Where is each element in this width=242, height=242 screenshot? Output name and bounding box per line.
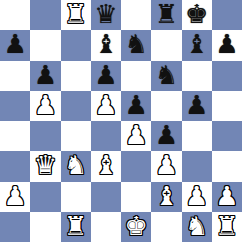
square-h1[interactable]: ♜ [212, 212, 242, 242]
piece-white-king[interactable]: ♚ [124, 213, 147, 239]
square-c2[interactable] [61, 182, 91, 212]
square-a4[interactable] [0, 121, 30, 151]
square-h2[interactable]: ♟ [212, 182, 242, 212]
piece-white-pawn[interactable]: ♟ [3, 183, 26, 209]
square-f1[interactable] [151, 212, 181, 242]
square-e5[interactable]: ♟ [121, 91, 151, 121]
piece-white-pawn[interactable]: ♟ [155, 152, 178, 178]
square-a5[interactable] [0, 91, 30, 121]
square-c8[interactable]: ♜ [61, 0, 91, 30]
piece-black-rook[interactable]: ♜ [155, 1, 178, 27]
piece-black-knight[interactable]: ♞ [124, 31, 147, 57]
piece-black-pawn[interactable]: ♟ [215, 31, 238, 57]
square-d4[interactable] [91, 121, 121, 151]
piece-black-bishop[interactable]: ♝ [185, 31, 208, 57]
square-b4[interactable] [30, 121, 60, 151]
square-f7[interactable] [151, 30, 181, 60]
square-d1[interactable] [91, 212, 121, 242]
square-a3[interactable] [0, 151, 30, 181]
square-h4[interactable] [212, 121, 242, 151]
square-g6[interactable] [182, 61, 212, 91]
piece-white-knight[interactable]: ♞ [185, 213, 208, 239]
square-e8[interactable] [121, 0, 151, 30]
square-g5[interactable]: ♟ [182, 91, 212, 121]
square-b6[interactable]: ♟ [30, 61, 60, 91]
square-b8[interactable] [30, 0, 60, 30]
square-c4[interactable] [61, 121, 91, 151]
square-f8[interactable]: ♜ [151, 0, 181, 30]
square-d8[interactable]: ♛ [91, 0, 121, 30]
piece-black-queen[interactable]: ♛ [94, 1, 117, 27]
piece-white-rook[interactable]: ♜ [64, 1, 87, 27]
square-a8[interactable] [0, 0, 30, 30]
piece-white-queen[interactable]: ♛ [34, 152, 57, 178]
square-g1[interactable]: ♞ [182, 212, 212, 242]
square-e4[interactable]: ♟ [121, 121, 151, 151]
square-d6[interactable]: ♟ [91, 61, 121, 91]
square-a7[interactable]: ♟ [0, 30, 30, 60]
square-c3[interactable]: ♞ [61, 151, 91, 181]
square-g3[interactable] [182, 151, 212, 181]
square-f6[interactable]: ♞ [151, 61, 181, 91]
piece-white-pawn[interactable]: ♟ [94, 92, 117, 118]
square-h8[interactable] [212, 0, 242, 30]
square-b1[interactable] [30, 212, 60, 242]
piece-white-rook[interactable]: ♜ [215, 213, 238, 239]
piece-black-pawn[interactable]: ♟ [124, 92, 147, 118]
piece-white-pawn[interactable]: ♟ [124, 122, 147, 148]
piece-white-pawn[interactable]: ♟ [215, 183, 238, 209]
square-f3[interactable]: ♟ [151, 151, 181, 181]
square-g4[interactable] [182, 121, 212, 151]
square-g2[interactable]: ♟ [182, 182, 212, 212]
square-a1[interactable] [0, 212, 30, 242]
piece-black-bishop[interactable]: ♝ [94, 31, 117, 57]
piece-black-pawn[interactable]: ♟ [3, 31, 26, 57]
square-b3[interactable]: ♛ [30, 151, 60, 181]
square-f5[interactable] [151, 91, 181, 121]
square-h3[interactable] [212, 151, 242, 181]
piece-white-bishop[interactable]: ♝ [155, 183, 178, 209]
piece-white-knight[interactable]: ♞ [64, 152, 87, 178]
piece-black-pawn[interactable]: ♟ [155, 122, 178, 148]
square-e6[interactable] [121, 61, 151, 91]
piece-black-knight[interactable]: ♞ [155, 62, 178, 88]
square-d5[interactable]: ♟ [91, 91, 121, 121]
piece-white-bishop[interactable]: ♝ [94, 152, 117, 178]
square-e7[interactable]: ♞ [121, 30, 151, 60]
square-h7[interactable]: ♟ [212, 30, 242, 60]
piece-white-pawn[interactable]: ♟ [185, 183, 208, 209]
square-d2[interactable] [91, 182, 121, 212]
piece-black-pawn[interactable]: ♟ [34, 62, 57, 88]
square-b7[interactable] [30, 30, 60, 60]
square-h6[interactable] [212, 61, 242, 91]
square-e3[interactable] [121, 151, 151, 181]
square-d7[interactable]: ♝ [91, 30, 121, 60]
piece-white-pawn[interactable]: ♟ [34, 92, 57, 118]
square-b5[interactable]: ♟ [30, 91, 60, 121]
square-g7[interactable]: ♝ [182, 30, 212, 60]
square-g8[interactable]: ♚ [182, 0, 212, 30]
square-e1[interactable]: ♚ [121, 212, 151, 242]
square-f2[interactable]: ♝ [151, 182, 181, 212]
piece-black-king[interactable]: ♚ [185, 1, 208, 27]
square-f4[interactable]: ♟ [151, 121, 181, 151]
square-h5[interactable] [212, 91, 242, 121]
square-c7[interactable] [61, 30, 91, 60]
square-a2[interactable]: ♟ [0, 182, 30, 212]
square-a6[interactable] [0, 61, 30, 91]
piece-black-pawn[interactable]: ♟ [94, 62, 117, 88]
piece-black-pawn[interactable]: ♟ [185, 92, 208, 118]
square-c1[interactable]: ♜ [61, 212, 91, 242]
square-d3[interactable]: ♝ [91, 151, 121, 181]
square-b2[interactable] [30, 182, 60, 212]
chess-board: ♜♛♜♚♟♝♞♝♟♟♟♞♟♟♟♟♟♟♛♞♝♟♟♝♟♟♜♚♞♜ [0, 0, 242, 242]
square-c5[interactable] [61, 91, 91, 121]
piece-white-rook[interactable]: ♜ [64, 213, 87, 239]
square-e2[interactable] [121, 182, 151, 212]
square-c6[interactable] [61, 61, 91, 91]
